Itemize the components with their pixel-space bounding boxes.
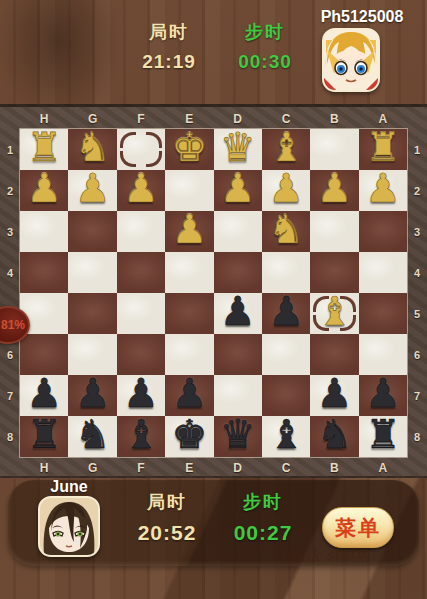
- opponent-avatar-image: [324, 30, 378, 90]
- square-a2[interactable]: ♟: [359, 170, 407, 211]
- black-pawn[interactable]: ♟: [359, 371, 407, 412]
- square-c4[interactable]: [262, 252, 310, 293]
- file-label-c: C: [262, 459, 310, 477]
- square-d5[interactable]: ♟: [214, 293, 262, 334]
- opponent-game-clock: 局时 21:19: [130, 20, 208, 73]
- square-f6[interactable]: [117, 334, 165, 375]
- square-d7[interactable]: [214, 375, 262, 416]
- game-time-value: 20:52: [128, 521, 206, 545]
- opponent-clocks: 局时 21:19 步时 00:30: [130, 20, 304, 73]
- square-b4[interactable]: [310, 252, 358, 293]
- square-b1[interactable]: [310, 129, 358, 170]
- square-e6[interactable]: [165, 334, 213, 375]
- black-pawn[interactable]: ♟: [20, 371, 68, 412]
- rank-labels-left: 12345678: [0, 129, 20, 457]
- file-label-g: G: [68, 459, 116, 477]
- white-bishop[interactable]: ♝: [262, 125, 310, 166]
- black-knight[interactable]: ♞: [68, 412, 116, 453]
- square-f3[interactable]: [117, 211, 165, 252]
- white-knight[interactable]: ♞: [68, 125, 116, 166]
- move-time-label: 步时: [226, 20, 304, 44]
- black-pawn[interactable]: ♟: [262, 289, 310, 330]
- square-g4[interactable]: [68, 252, 116, 293]
- square-c6[interactable]: [262, 334, 310, 375]
- rank-label-4: 4: [407, 252, 427, 293]
- last-move-marker-f1: [119, 131, 163, 168]
- white-pawn[interactable]: ♟: [68, 166, 116, 207]
- square-h4[interactable]: [20, 252, 68, 293]
- rank-label-2: 2: [407, 170, 427, 211]
- square-a6[interactable]: [359, 334, 407, 375]
- square-a3[interactable]: [359, 211, 407, 252]
- rank-label-7: 7: [0, 375, 20, 416]
- square-d3[interactable]: [214, 211, 262, 252]
- white-rook[interactable]: ♜: [359, 125, 407, 166]
- square-d1[interactable]: ♛: [214, 129, 262, 170]
- rank-label-1: 1: [407, 129, 427, 170]
- black-rook[interactable]: ♜: [20, 412, 68, 453]
- file-label-f: F: [117, 110, 165, 128]
- white-pawn[interactable]: ♟: [359, 166, 407, 207]
- square-f7[interactable]: ♟: [117, 375, 165, 416]
- square-a8[interactable]: ♜: [359, 416, 407, 457]
- square-d6[interactable]: [214, 334, 262, 375]
- square-e3[interactable]: ♟: [165, 211, 213, 252]
- square-h7[interactable]: ♟: [20, 375, 68, 416]
- player-move-clock: 步时 00:27: [224, 490, 302, 545]
- rank-label-3: 3: [407, 211, 427, 252]
- square-g5[interactable]: [68, 293, 116, 334]
- white-pawn[interactable]: ♟: [214, 166, 262, 207]
- game-time-value: 21:19: [130, 51, 208, 73]
- rank-label-8: 8: [407, 416, 427, 457]
- rank-labels-right: 12345678: [407, 129, 427, 457]
- rank-label-7: 7: [407, 375, 427, 416]
- square-f8[interactable]: ♝: [117, 416, 165, 457]
- square-a5[interactable]: [359, 293, 407, 334]
- square-g1[interactable]: ♞: [68, 129, 116, 170]
- square-b3[interactable]: [310, 211, 358, 252]
- square-f1[interactable]: [117, 129, 165, 170]
- rank-label-2: 2: [0, 170, 20, 211]
- opponent-bar: 局时 21:19 步时 00:30 Ph5125008: [0, 0, 427, 104]
- opponent-avatar: [322, 28, 380, 92]
- opponent-name: Ph5125008: [300, 8, 424, 26]
- square-d2[interactable]: ♟: [214, 170, 262, 211]
- chess-board: HGFEDCBA HGFEDCBA 12345678 12345678 ♜♞♚♛…: [0, 104, 427, 478]
- square-b6[interactable]: [310, 334, 358, 375]
- board-grid: ♜♞♚♛♝♜♟♟♟♟♟♟♟♟♞♟♟♝♟♟♟♟♟♟♜♞♝♚♛♝♞♜: [20, 129, 407, 457]
- square-g8[interactable]: ♞: [68, 416, 116, 457]
- move-time-value: 00:27: [224, 521, 302, 545]
- square-g3[interactable]: [68, 211, 116, 252]
- square-c1[interactable]: ♝: [262, 129, 310, 170]
- move-time-value: 00:30: [226, 51, 304, 73]
- file-label-f: F: [117, 459, 165, 477]
- square-a1[interactable]: ♜: [359, 129, 407, 170]
- file-label-h: H: [20, 459, 68, 477]
- chess-game-screen: 局时 21:19 步时 00:30 Ph5125008: [0, 0, 427, 599]
- white-king[interactable]: ♚: [165, 125, 213, 166]
- black-pawn[interactable]: ♟: [214, 289, 262, 330]
- square-c5[interactable]: ♟: [262, 293, 310, 334]
- rank-label-1: 1: [0, 129, 20, 170]
- rank-label-6: 6: [407, 334, 427, 375]
- game-time-label: 局时: [130, 20, 208, 44]
- square-e4[interactable]: [165, 252, 213, 293]
- square-e5[interactable]: [165, 293, 213, 334]
- black-bishop[interactable]: ♝: [117, 412, 165, 453]
- square-h1[interactable]: ♜: [20, 129, 68, 170]
- rank-label-3: 3: [0, 211, 20, 252]
- square-c7[interactable]: [262, 375, 310, 416]
- square-d4[interactable]: [214, 252, 262, 293]
- square-b8[interactable]: ♞: [310, 416, 358, 457]
- player-name: June: [30, 478, 108, 496]
- square-b5[interactable]: ♝: [310, 293, 358, 334]
- square-h2[interactable]: ♟: [20, 170, 68, 211]
- square-b7[interactable]: ♟: [310, 375, 358, 416]
- black-bishop[interactable]: ♝: [262, 412, 310, 453]
- square-e1[interactable]: ♚: [165, 129, 213, 170]
- black-pawn[interactable]: ♟: [310, 371, 358, 412]
- black-knight[interactable]: ♞: [310, 412, 358, 453]
- white-pawn[interactable]: ♟: [262, 166, 310, 207]
- black-queen[interactable]: ♛: [214, 412, 262, 453]
- square-c3[interactable]: ♞: [262, 211, 310, 252]
- black-pawn[interactable]: ♟: [117, 371, 165, 412]
- file-label-b: B: [310, 459, 358, 477]
- square-a4[interactable]: [359, 252, 407, 293]
- move-time-label: 步时: [224, 490, 302, 514]
- square-f2[interactable]: ♟: [117, 170, 165, 211]
- white-pawn[interactable]: ♟: [310, 166, 358, 207]
- rank-label-4: 4: [0, 252, 20, 293]
- file-label-b: B: [310, 110, 358, 128]
- square-c8[interactable]: ♝: [262, 416, 310, 457]
- square-e7[interactable]: ♟: [165, 375, 213, 416]
- white-pawn[interactable]: ♟: [117, 166, 165, 207]
- square-c2[interactable]: ♟: [262, 170, 310, 211]
- square-a7[interactable]: ♟: [359, 375, 407, 416]
- game-time-label: 局时: [128, 490, 206, 514]
- white-rook[interactable]: ♜: [20, 125, 68, 166]
- white-queen[interactable]: ♛: [214, 125, 262, 166]
- rank-label-8: 8: [0, 416, 20, 457]
- black-king[interactable]: ♚: [165, 412, 213, 453]
- black-pawn[interactable]: ♟: [68, 371, 116, 412]
- file-labels-bottom: HGFEDCBA: [20, 459, 407, 477]
- opponent-move-clock: 步时 00:30: [226, 20, 304, 73]
- square-e8[interactable]: ♚: [165, 416, 213, 457]
- player-avatar: [38, 496, 100, 557]
- square-d8[interactable]: ♛: [214, 416, 262, 457]
- white-pawn[interactable]: ♟: [165, 207, 213, 248]
- white-bishop[interactable]: ♝: [310, 289, 358, 330]
- square-f5[interactable]: [117, 293, 165, 334]
- square-b2[interactable]: ♟: [310, 170, 358, 211]
- file-label-d: D: [214, 459, 262, 477]
- square-h8[interactable]: ♜: [20, 416, 68, 457]
- white-knight[interactable]: ♞: [262, 207, 310, 248]
- black-rook[interactable]: ♜: [359, 412, 407, 453]
- square-e2[interactable]: [165, 170, 213, 211]
- player-bar: June 局时 20:52: [0, 478, 427, 599]
- square-h6[interactable]: [20, 334, 68, 375]
- square-g7[interactable]: ♟: [68, 375, 116, 416]
- player-clocks: 局时 20:52 步时 00:27: [128, 490, 302, 545]
- square-g6[interactable]: [68, 334, 116, 375]
- black-pawn[interactable]: ♟: [165, 371, 213, 412]
- rank-label-5: 5: [407, 293, 427, 334]
- square-f4[interactable]: [117, 252, 165, 293]
- player-avatar-image: [40, 498, 98, 555]
- file-label-e: E: [165, 459, 213, 477]
- square-g2[interactable]: ♟: [68, 170, 116, 211]
- white-pawn[interactable]: ♟: [20, 166, 68, 207]
- player-game-clock: 局时 20:52: [128, 490, 206, 545]
- square-h3[interactable]: [20, 211, 68, 252]
- file-label-a: A: [359, 459, 407, 477]
